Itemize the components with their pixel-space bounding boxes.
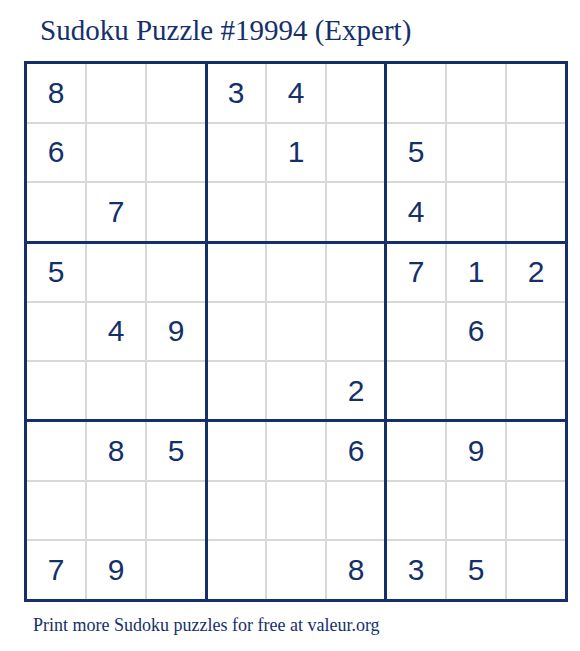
cell-r2c5[interactable]: 1 [267,124,325,182]
cell-r4c5[interactable] [267,243,325,301]
cell-r5c3[interactable]: 9 [147,303,205,361]
cell-r1c6[interactable] [327,64,385,122]
cell-r6c4[interactable] [207,362,265,420]
cell-r2c7[interactable]: 5 [387,124,445,182]
cell-r8c4[interactable] [207,482,265,540]
cell-r9c1[interactable]: 7 [27,541,85,599]
cell-r8c1[interactable] [27,482,85,540]
cell-r4c9[interactable]: 2 [507,243,565,301]
cell-r3c4[interactable] [207,183,265,241]
cell-r4c8[interactable]: 1 [447,243,505,301]
cell-r7c6[interactable]: 6 [327,422,385,480]
cell-r9c5[interactable] [267,541,325,599]
cell-r8c6[interactable] [327,482,385,540]
cell-r1c5[interactable]: 4 [267,64,325,122]
cell-r2c2[interactable] [87,124,145,182]
cell-r3c2[interactable]: 7 [87,183,145,241]
cell-r6c9[interactable] [507,362,565,420]
cell-r9c2[interactable]: 9 [87,541,145,599]
cell-r6c1[interactable] [27,362,85,420]
cell-r1c4[interactable]: 3 [207,64,265,122]
cell-r9c7[interactable]: 3 [387,541,445,599]
cell-r5c7[interactable] [387,303,445,361]
cell-r9c3[interactable] [147,541,205,599]
cell-r6c2[interactable] [87,362,145,420]
cell-r1c8[interactable] [447,64,505,122]
cell-r1c7[interactable] [387,64,445,122]
cell-r4c4[interactable] [207,243,265,301]
cell-r7c7[interactable] [387,422,445,480]
cell-r3c3[interactable] [147,183,205,241]
cell-r2c1[interactable]: 6 [27,124,85,182]
cell-r5c8[interactable]: 6 [447,303,505,361]
cell-r4c1[interactable]: 5 [27,243,85,301]
cell-r9c4[interactable] [207,541,265,599]
cell-r8c2[interactable] [87,482,145,540]
sudoku-grid: 8346157457124962856979835 [27,64,565,599]
cell-r5c5[interactable] [267,303,325,361]
cell-r7c8[interactable]: 9 [447,422,505,480]
cell-r6c6[interactable]: 2 [327,362,385,420]
cell-r7c1[interactable] [27,422,85,480]
page-title: Sudoku Puzzle #19994 (Expert) [40,14,411,47]
cell-r8c5[interactable] [267,482,325,540]
footer-text: Print more Sudoku puzzles for free at va… [33,615,380,636]
cell-r4c3[interactable] [147,243,205,301]
cell-r8c7[interactable] [387,482,445,540]
cell-r7c5[interactable] [267,422,325,480]
cell-r4c2[interactable] [87,243,145,301]
cell-r2c4[interactable] [207,124,265,182]
cell-r8c3[interactable] [147,482,205,540]
cell-r5c2[interactable]: 4 [87,303,145,361]
cell-r3c6[interactable] [327,183,385,241]
cell-r1c2[interactable] [87,64,145,122]
cell-r4c6[interactable] [327,243,385,301]
cell-r9c6[interactable]: 8 [327,541,385,599]
cell-r5c6[interactable] [327,303,385,361]
cell-r1c9[interactable] [507,64,565,122]
cell-r6c8[interactable] [447,362,505,420]
cell-r5c1[interactable] [27,303,85,361]
cell-r3c8[interactable] [447,183,505,241]
cell-r8c9[interactable] [507,482,565,540]
cell-r6c7[interactable] [387,362,445,420]
cell-r2c3[interactable] [147,124,205,182]
cell-r7c2[interactable]: 8 [87,422,145,480]
cell-r4c7[interactable]: 7 [387,243,445,301]
cell-r2c8[interactable] [447,124,505,182]
cell-r8c8[interactable] [447,482,505,540]
sudoku-board: 8346157457124962856979835 [24,61,568,602]
cell-r7c4[interactable] [207,422,265,480]
cell-r5c4[interactable] [207,303,265,361]
cell-r1c1[interactable]: 8 [27,64,85,122]
cell-r3c7[interactable]: 4 [387,183,445,241]
cell-r7c9[interactable] [507,422,565,480]
cell-r7c3[interactable]: 5 [147,422,205,480]
cell-r3c9[interactable] [507,183,565,241]
cell-r2c6[interactable] [327,124,385,182]
cell-r6c5[interactable] [267,362,325,420]
cell-r1c3[interactable] [147,64,205,122]
cell-r9c9[interactable] [507,541,565,599]
cell-r3c1[interactable] [27,183,85,241]
cell-r2c9[interactable] [507,124,565,182]
cell-r6c3[interactable] [147,362,205,420]
cell-r3c5[interactable] [267,183,325,241]
cell-r9c8[interactable]: 5 [447,541,505,599]
cell-r5c9[interactable] [507,303,565,361]
